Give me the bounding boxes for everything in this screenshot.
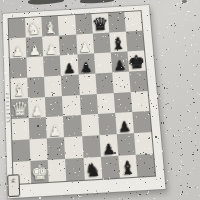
photo-artifact bbox=[182, 0, 187, 3]
square-d2 bbox=[64, 137, 83, 160]
black-pawn: ♟ bbox=[80, 60, 93, 74]
square-c1 bbox=[48, 159, 67, 182]
mat-maker-text bbox=[6, 93, 10, 123]
square-h1 bbox=[136, 154, 155, 177]
square-h8 bbox=[124, 11, 142, 31]
square-d1 bbox=[66, 158, 85, 181]
square-b6 bbox=[27, 56, 45, 77]
square-h7 bbox=[126, 30, 144, 51]
square-h6: ♚ bbox=[127, 50, 146, 71]
square-d5 bbox=[61, 74, 79, 95]
square-f8: ♛ bbox=[91, 13, 109, 33]
board-logo-emblem: ♔ bbox=[7, 174, 20, 197]
square-a2 bbox=[12, 140, 30, 163]
white-pawn: ♟ bbox=[49, 123, 62, 138]
square-a7: ♟ bbox=[9, 37, 26, 58]
white-king: ♚ bbox=[31, 162, 49, 183]
square-b7: ♟ bbox=[26, 36, 44, 57]
black-pawn: ♟ bbox=[118, 119, 132, 134]
square-g5 bbox=[112, 71, 131, 92]
square-d3 bbox=[63, 115, 81, 137]
square-b8: ♞ bbox=[25, 17, 42, 37]
square-d6: ♟ bbox=[60, 54, 78, 75]
square-f6 bbox=[94, 52, 112, 73]
square-e5 bbox=[78, 73, 96, 94]
square-a6 bbox=[10, 57, 28, 78]
square-b2 bbox=[30, 139, 48, 162]
white-queen: ♛ bbox=[11, 100, 29, 120]
white-bishop: ♝ bbox=[43, 20, 59, 37]
square-f3 bbox=[98, 113, 117, 135]
square-e8 bbox=[75, 14, 93, 34]
square-f4 bbox=[96, 93, 115, 115]
white-pawn: ♟ bbox=[45, 42, 58, 56]
white-pawn: ♟ bbox=[28, 43, 41, 57]
square-c6 bbox=[43, 55, 61, 76]
square-g2 bbox=[116, 133, 135, 155]
black-bishop: ♝ bbox=[119, 159, 136, 178]
black-pawn: ♟ bbox=[113, 58, 126, 72]
square-f1 bbox=[101, 156, 120, 179]
square-h2 bbox=[134, 132, 153, 154]
square-d4 bbox=[62, 95, 80, 117]
square-e3 bbox=[81, 114, 100, 136]
board-mat: ♞♝♛♟♟♟♟♝♟♟♟♚♝♛♟♟♟♟♚♞♝ ♔ bbox=[3, 5, 166, 198]
square-g6: ♟ bbox=[110, 51, 128, 72]
square-c8: ♝ bbox=[42, 16, 60, 36]
chessboard-photo: ♞♝♛♟♟♟♟♝♟♟♟♚♝♛♟♟♟♟♚♞♝ ♔ bbox=[0, 0, 200, 200]
board-grid: ♞♝♛♟♟♟♟♝♟♟♟♚♝♛♟♟♟♟♚♞♝ bbox=[9, 11, 155, 184]
square-f7 bbox=[92, 32, 110, 53]
square-d8 bbox=[58, 15, 76, 35]
square-g4 bbox=[113, 92, 132, 114]
square-h5 bbox=[129, 70, 148, 91]
square-g1: ♝ bbox=[118, 155, 137, 178]
square-a3 bbox=[12, 118, 30, 140]
square-f2: ♟ bbox=[99, 134, 118, 157]
square-g8 bbox=[108, 12, 126, 32]
square-c4 bbox=[45, 96, 63, 118]
photo-artifact bbox=[28, 0, 64, 5]
black-king: ♚ bbox=[127, 52, 145, 71]
square-c7: ♟ bbox=[42, 35, 60, 56]
square-b4: ♟ bbox=[28, 97, 46, 119]
black-knight: ♞ bbox=[84, 161, 101, 180]
black-pawn: ♟ bbox=[63, 61, 76, 75]
square-e7: ♟ bbox=[76, 33, 94, 54]
square-a8 bbox=[9, 18, 26, 38]
square-c5 bbox=[44, 75, 62, 96]
square-b1: ♚ bbox=[30, 160, 48, 183]
square-g7: ♝ bbox=[109, 31, 127, 52]
chess-board: ♞♝♛♟♟♟♟♝♟♟♟♚♝♛♟♟♟♟♚♞♝ ♔ bbox=[0, 1, 162, 196]
square-h3 bbox=[132, 111, 151, 133]
square-b3 bbox=[29, 117, 47, 139]
square-g3: ♟ bbox=[115, 112, 134, 134]
square-c3: ♟ bbox=[46, 116, 64, 138]
black-bishop: ♝ bbox=[110, 35, 126, 52]
square-e1: ♞ bbox=[83, 157, 102, 180]
square-a5: ♝ bbox=[10, 77, 28, 98]
black-pawn: ♟ bbox=[102, 142, 116, 157]
square-f5 bbox=[95, 72, 113, 93]
white-bishop: ♝ bbox=[11, 81, 27, 99]
square-c2 bbox=[47, 138, 65, 161]
square-h4 bbox=[131, 91, 150, 113]
white-pawn: ♟ bbox=[31, 104, 44, 119]
square-b5 bbox=[27, 76, 45, 97]
square-a4: ♛ bbox=[11, 98, 29, 120]
white-pawn: ♟ bbox=[12, 44, 25, 58]
square-e6: ♟ bbox=[77, 53, 95, 74]
square-e2 bbox=[82, 135, 101, 158]
white-knight: ♞ bbox=[26, 21, 41, 38]
square-e4 bbox=[79, 94, 97, 116]
square-d7 bbox=[59, 34, 77, 55]
white-pawn: ♟ bbox=[78, 40, 91, 54]
black-queen: ♛ bbox=[91, 15, 109, 34]
